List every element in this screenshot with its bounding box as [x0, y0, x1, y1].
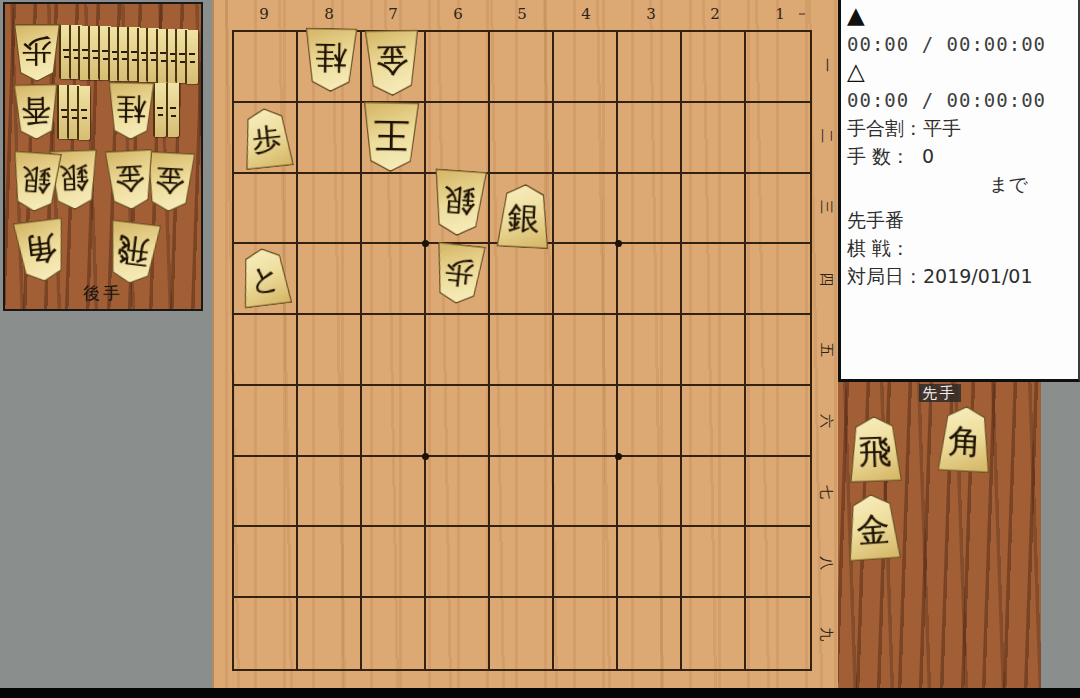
board-cell[interactable] — [362, 527, 426, 598]
piece-face: 香 — [14, 85, 58, 139]
shogi-board-area: 9 8 7 6 5 4 3 2 1 一 二 三 四 五 六 七 八 九 桂 金 … — [212, 0, 840, 688]
piece-kanji: 歩 — [251, 120, 283, 156]
piece-kanji: 飛 — [115, 233, 151, 273]
board-cell[interactable] — [490, 103, 554, 174]
piece-face: 飛 — [848, 417, 901, 482]
piece-kanji: 歩 — [22, 36, 52, 70]
piece-face: 桂 — [108, 83, 154, 139]
rank-label-3: 三 — [816, 195, 838, 219]
turn-line: 先手番 — [847, 206, 1072, 234]
board-cell[interactable] — [746, 386, 810, 457]
rank-label-6: 六 — [816, 409, 838, 433]
piece-face: 金 — [845, 494, 900, 560]
piece-kanji: 桂 — [116, 94, 147, 128]
file-label-3: 3 — [640, 5, 662, 23]
piece-kanji: 金 — [154, 164, 186, 199]
tick-mark — [799, 13, 805, 15]
board-cell[interactable] — [682, 174, 746, 245]
file-label-2: 2 — [704, 5, 726, 23]
stacked-piece-edge[interactable] — [166, 83, 179, 137]
board-cell[interactable] — [746, 244, 810, 315]
file-label-5: 5 — [511, 5, 533, 23]
piece-kanji: 銀 — [507, 197, 541, 235]
gote-hand-rook[interactable]: 飛 — [103, 219, 162, 287]
board-cell[interactable] — [490, 386, 554, 457]
board-cell[interactable] — [234, 386, 298, 457]
handicap-line: 手合割：平手 — [847, 114, 1072, 142]
board-cell[interactable] — [682, 244, 746, 315]
board-cell[interactable] — [554, 598, 618, 669]
board-cell[interactable] — [234, 527, 298, 598]
board-cell[interactable] — [554, 174, 618, 245]
board-cell[interactable] — [362, 598, 426, 669]
board-cell[interactable] — [234, 315, 298, 386]
board-cell[interactable] — [490, 315, 554, 386]
board-cell[interactable] — [426, 103, 490, 174]
file-label-7: 7 — [382, 5, 404, 23]
sente-hand-bishop[interactable]: 角 — [936, 405, 993, 474]
piece-face: 金 — [365, 31, 419, 95]
board-cell[interactable] — [298, 244, 362, 315]
rank-label-2: 二 — [816, 124, 838, 148]
game-info-panel: ▲ 00:00 / 00:00:00 △ 00:00 / 00:00:00 手合… — [838, 0, 1080, 382]
board-cell[interactable] — [426, 32, 490, 103]
board-cell[interactable] — [746, 103, 810, 174]
sente-label: 先手 — [919, 384, 961, 402]
board-cell[interactable] — [746, 527, 810, 598]
board-cell[interactable] — [426, 386, 490, 457]
board-cell[interactable] — [298, 457, 362, 528]
piece-kanji: 金 — [855, 507, 891, 546]
piece-face: 桂 — [305, 29, 357, 91]
sente-turn-mark: ▲ — [847, 2, 1072, 30]
board-cell[interactable] — [426, 315, 490, 386]
board-cell[interactable] — [618, 386, 682, 457]
board-cell[interactable] — [682, 457, 746, 528]
board-cell[interactable] — [234, 174, 298, 245]
gote-hand-tray: 歩 香 桂 銀 銀 金 金 角 — [3, 2, 203, 311]
board-cell[interactable] — [682, 598, 746, 669]
board-cell[interactable] — [554, 32, 618, 103]
piece-kanji: 金 — [114, 162, 146, 197]
shogi-board-grid[interactable] — [232, 30, 812, 671]
board-cell[interactable] — [298, 315, 362, 386]
piece-kanji: 銀 — [442, 184, 476, 222]
piece-face: 飛 — [105, 221, 161, 286]
board-cell[interactable] — [362, 244, 426, 315]
board-cell[interactable] — [618, 457, 682, 528]
board-cell[interactable] — [746, 174, 810, 245]
board-cell[interactable] — [298, 598, 362, 669]
made-line: まで — [847, 170, 1072, 198]
bottom-bar — [0, 688, 1080, 698]
star-point — [615, 240, 622, 247]
board-cell[interactable] — [298, 386, 362, 457]
file-label-4: 4 — [575, 5, 597, 23]
gote-hand-knight[interactable]: 桂 — [106, 82, 155, 141]
stacked-piece-edge[interactable] — [77, 86, 90, 140]
file-label-6: 6 — [447, 5, 469, 23]
piece-kanji: 王 — [373, 117, 410, 158]
gote-turn-mark: △ — [847, 58, 1072, 86]
piece-face: 王 — [363, 103, 419, 171]
board-cell[interactable] — [618, 315, 682, 386]
rank-label-7: 七 — [816, 480, 838, 504]
board-cell[interactable] — [362, 386, 426, 457]
rank-label-5: 五 — [816, 338, 838, 362]
board-cell[interactable] — [426, 527, 490, 598]
piece-kanji: 桂 — [315, 42, 348, 79]
piece-kanji: 銀 — [20, 164, 52, 200]
gote-clock: 00:00 / 00:00:00 — [847, 86, 1072, 114]
sente-hand-tray: 先手 飛 角 金 — [838, 382, 1041, 688]
stacked-piece-edge[interactable] — [185, 30, 198, 84]
board-cell[interactable] — [746, 598, 810, 669]
board-cell[interactable] — [554, 244, 618, 315]
board-cell[interactable] — [554, 457, 618, 528]
piece-face: 金 — [105, 150, 155, 209]
board-cell[interactable] — [618, 174, 682, 245]
board-cell[interactable] — [490, 598, 554, 669]
piece-face: 金 — [145, 152, 195, 211]
piece-face: 歩 — [15, 26, 60, 81]
star-point — [422, 453, 429, 460]
board-cell[interactable] — [746, 457, 810, 528]
board-cell[interactable] — [426, 598, 490, 669]
piece-face: 角 — [13, 219, 69, 284]
board-cell[interactable] — [618, 32, 682, 103]
board-cell[interactable] — [554, 527, 618, 598]
file-label-9: 9 — [253, 5, 275, 23]
board-cell[interactable] — [234, 32, 298, 103]
board-cell[interactable] — [682, 386, 746, 457]
board-cell[interactable] — [234, 457, 298, 528]
board-cell[interactable] — [490, 32, 554, 103]
sente-hand-gold[interactable]: 金 — [844, 492, 902, 562]
piece-kanji: 香 — [21, 95, 52, 129]
move-count-line: 手 数： 0 — [847, 142, 1072, 170]
board-cell[interactable] — [746, 315, 810, 386]
gote-hand-gold[interactable]: 金 — [103, 149, 156, 212]
file-label-8: 8 — [318, 5, 340, 23]
piece-kanji: 銀 — [58, 163, 89, 198]
piece-face: 銀 — [11, 152, 62, 212]
star-point — [615, 453, 622, 460]
board-cell[interactable] — [618, 103, 682, 174]
rank-label-4: 四 — [816, 267, 838, 291]
board-cell[interactable] — [554, 315, 618, 386]
gote-hand-silver[interactable]: 銀 — [9, 150, 63, 213]
board-cell[interactable] — [490, 244, 554, 315]
piece-kanji: 角 — [23, 231, 59, 271]
gote-hand-lance[interactable]: 香 — [13, 84, 60, 141]
board-cell[interactable] — [362, 315, 426, 386]
board-cell[interactable] — [298, 103, 362, 174]
board-cell[interactable] — [618, 527, 682, 598]
piece-face: 角 — [938, 406, 992, 472]
date-line: 対局日：2019/01/01 — [847, 262, 1072, 290]
rank-label-9: 九 — [816, 622, 838, 646]
board-cell[interactable] — [298, 527, 362, 598]
board-cell[interactable] — [298, 174, 362, 245]
board-cell[interactable] — [682, 32, 746, 103]
board-cell[interactable] — [362, 457, 426, 528]
board-cell[interactable] — [554, 103, 618, 174]
board-cell[interactable] — [426, 457, 490, 528]
stacked-piece-edge[interactable] — [153, 83, 166, 137]
gote-hand-bishop[interactable]: 角 — [11, 217, 70, 285]
gote-label: 後手 — [5, 282, 201, 305]
board-cell[interactable] — [490, 527, 554, 598]
shogi-app-window: 歩 香 桂 銀 銀 金 金 角 — [0, 0, 1080, 698]
rank-label-1: 一 — [816, 53, 838, 77]
board-cell[interactable] — [682, 527, 746, 598]
board-cell[interactable] — [746, 32, 810, 103]
board-cell[interactable] — [682, 315, 746, 386]
board-cell[interactable] — [490, 457, 554, 528]
board-cell[interactable] — [234, 598, 298, 669]
piece-kanji: 飛 — [858, 430, 892, 468]
board-cell[interactable] — [682, 103, 746, 174]
sente-clock: 00:00 / 00:00:00 — [847, 30, 1072, 58]
board-cell[interactable] — [554, 386, 618, 457]
file-label-1: 1 — [769, 5, 791, 23]
rank-label-8: 八 — [816, 551, 838, 575]
event-line: 棋 戦： — [847, 234, 1072, 262]
board-cell[interactable] — [618, 244, 682, 315]
board-cell[interactable] — [618, 598, 682, 669]
piece-kanji: と — [248, 258, 283, 295]
star-point — [422, 240, 429, 247]
sente-hand-rook[interactable]: 飛 — [847, 415, 903, 483]
piece-kanji: 歩 — [443, 256, 475, 292]
piece-kanji: 角 — [948, 420, 983, 459]
piece-kanji: 金 — [375, 44, 409, 82]
gote-hand-pawn[interactable]: 歩 — [13, 24, 61, 82]
board-cell[interactable] — [362, 174, 426, 245]
